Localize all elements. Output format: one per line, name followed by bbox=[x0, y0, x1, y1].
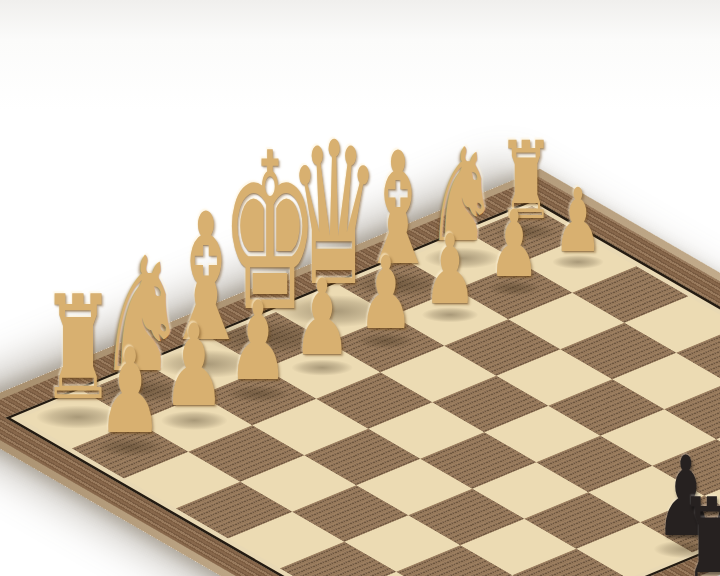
photo-stage: ♜♞♝♛♚♝♞♜♟♟♟♟♟♟♟♟♜♟♟ bbox=[0, 0, 720, 576]
board-frame bbox=[0, 177, 720, 576]
board-inlay-border bbox=[5, 199, 720, 576]
board-grid bbox=[20, 206, 720, 576]
chess-board bbox=[0, 169, 720, 576]
